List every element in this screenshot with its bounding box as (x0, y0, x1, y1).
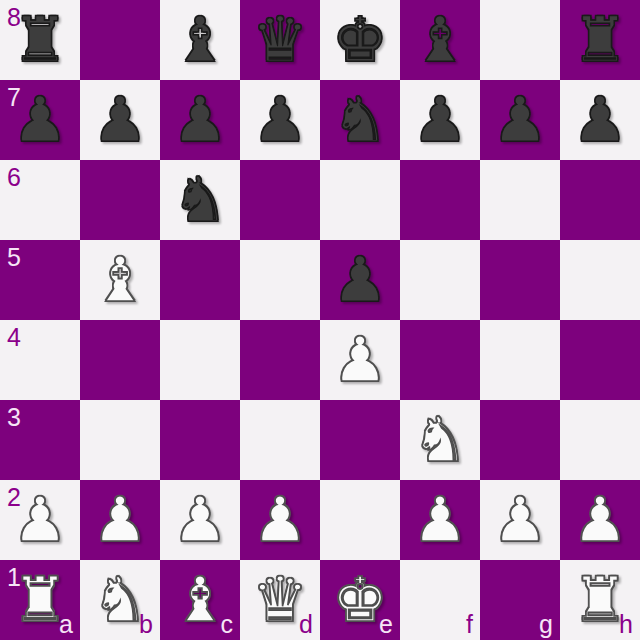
square-e1[interactable]: ♚e (320, 560, 400, 640)
square-h3[interactable] (560, 400, 640, 480)
white-pawn-piece[interactable]: ♟ (92, 480, 148, 560)
rank-label-5: 5 (7, 245, 21, 270)
square-h5[interactable] (560, 240, 640, 320)
square-b6[interactable] (80, 160, 160, 240)
square-h4[interactable] (560, 320, 640, 400)
white-knight-piece[interactable]: ♞ (412, 400, 468, 480)
square-a1[interactable]: ♜1a (0, 560, 80, 640)
square-e5[interactable]: ♟ (320, 240, 400, 320)
square-g3[interactable] (480, 400, 560, 480)
black-knight-piece[interactable]: ♞ (172, 160, 228, 240)
square-c2[interactable]: ♟ (160, 480, 240, 560)
square-d1[interactable]: ♛d (240, 560, 320, 640)
black-bishop-piece[interactable]: ♝ (412, 0, 468, 80)
square-e3[interactable] (320, 400, 400, 480)
square-c1[interactable]: ♝c (160, 560, 240, 640)
square-b1[interactable]: ♞b (80, 560, 160, 640)
square-c6[interactable]: ♞ (160, 160, 240, 240)
black-king-piece[interactable]: ♚ (332, 0, 388, 80)
square-g5[interactable] (480, 240, 560, 320)
square-e4[interactable]: ♟ (320, 320, 400, 400)
square-b3[interactable] (80, 400, 160, 480)
square-a4[interactable]: 4 (0, 320, 80, 400)
black-pawn-piece[interactable]: ♟ (172, 80, 228, 160)
white-knight-piece[interactable]: ♞ (92, 560, 148, 640)
square-c7[interactable]: ♟ (160, 80, 240, 160)
square-d8[interactable]: ♛ (240, 0, 320, 80)
square-f5[interactable] (400, 240, 480, 320)
square-g8[interactable] (480, 0, 560, 80)
square-a8[interactable]: ♜8 (0, 0, 80, 80)
black-bishop-piece[interactable]: ♝ (172, 0, 228, 80)
square-b8[interactable] (80, 0, 160, 80)
rank-label-4: 4 (7, 325, 21, 350)
square-b4[interactable] (80, 320, 160, 400)
white-bishop-piece[interactable]: ♝ (92, 240, 148, 320)
square-d7[interactable]: ♟ (240, 80, 320, 160)
black-pawn-piece[interactable]: ♟ (572, 80, 628, 160)
white-queen-piece[interactable]: ♛ (252, 560, 308, 640)
rank-label-6: 6 (7, 165, 21, 190)
black-rook-piece[interactable]: ♜ (572, 0, 628, 80)
white-rook-piece[interactable]: ♜ (572, 560, 628, 640)
white-pawn-piece[interactable]: ♟ (572, 480, 628, 560)
white-king-piece[interactable]: ♚ (332, 560, 388, 640)
square-e6[interactable] (320, 160, 400, 240)
black-knight-piece[interactable]: ♞ (332, 80, 388, 160)
white-pawn-piece[interactable]: ♟ (412, 480, 468, 560)
square-e7[interactable]: ♞ (320, 80, 400, 160)
square-c4[interactable] (160, 320, 240, 400)
white-pawn-piece[interactable]: ♟ (172, 480, 228, 560)
file-label-g: g (539, 612, 553, 637)
black-pawn-piece[interactable]: ♟ (252, 80, 308, 160)
square-b5[interactable]: ♝ (80, 240, 160, 320)
black-pawn-piece[interactable]: ♟ (332, 240, 388, 320)
rank-label-3: 3 (7, 405, 21, 430)
square-f8[interactable]: ♝ (400, 0, 480, 80)
square-c8[interactable]: ♝ (160, 0, 240, 80)
square-a3[interactable]: 3 (0, 400, 80, 480)
square-d3[interactable] (240, 400, 320, 480)
square-h1[interactable]: ♜h (560, 560, 640, 640)
square-e8[interactable]: ♚ (320, 0, 400, 80)
square-f3[interactable]: ♞ (400, 400, 480, 480)
square-b2[interactable]: ♟ (80, 480, 160, 560)
white-pawn-piece[interactable]: ♟ (332, 320, 388, 400)
square-g6[interactable] (480, 160, 560, 240)
black-pawn-piece[interactable]: ♟ (12, 80, 68, 160)
square-d6[interactable] (240, 160, 320, 240)
square-f7[interactable]: ♟ (400, 80, 480, 160)
black-queen-piece[interactable]: ♛ (252, 0, 308, 80)
square-h6[interactable] (560, 160, 640, 240)
square-d2[interactable]: ♟ (240, 480, 320, 560)
square-f1[interactable]: f (400, 560, 480, 640)
square-h2[interactable]: ♟ (560, 480, 640, 560)
square-g1[interactable]: g (480, 560, 560, 640)
square-c5[interactable] (160, 240, 240, 320)
white-pawn-piece[interactable]: ♟ (492, 480, 548, 560)
square-h7[interactable]: ♟ (560, 80, 640, 160)
white-rook-piece[interactable]: ♜ (12, 560, 68, 640)
square-f2[interactable]: ♟ (400, 480, 480, 560)
black-pawn-piece[interactable]: ♟ (412, 80, 468, 160)
square-c3[interactable] (160, 400, 240, 480)
chess-board: ♜8♝♛♚♝♜♟7♟♟♟♞♟♟♟6♞5♝♟4♟3♞♟2♟♟♟♟♟♟♜1a♞b♝c… (0, 0, 640, 640)
square-h8[interactable]: ♜ (560, 0, 640, 80)
square-g4[interactable] (480, 320, 560, 400)
black-rook-piece[interactable]: ♜ (12, 0, 68, 80)
white-pawn-piece[interactable]: ♟ (12, 480, 68, 560)
white-bishop-piece[interactable]: ♝ (172, 560, 228, 640)
square-f6[interactable] (400, 160, 480, 240)
file-label-f: f (466, 612, 473, 637)
square-g2[interactable]: ♟ (480, 480, 560, 560)
square-a5[interactable]: 5 (0, 240, 80, 320)
square-d5[interactable] (240, 240, 320, 320)
square-g7[interactable]: ♟ (480, 80, 560, 160)
square-d4[interactable] (240, 320, 320, 400)
black-pawn-piece[interactable]: ♟ (92, 80, 148, 160)
square-a2[interactable]: ♟2 (0, 480, 80, 560)
black-pawn-piece[interactable]: ♟ (492, 80, 548, 160)
square-a6[interactable]: 6 (0, 160, 80, 240)
white-pawn-piece[interactable]: ♟ (252, 480, 308, 560)
square-b7[interactable]: ♟ (80, 80, 160, 160)
square-a7[interactable]: ♟7 (0, 80, 80, 160)
square-f4[interactable] (400, 320, 480, 400)
square-e2[interactable] (320, 480, 400, 560)
